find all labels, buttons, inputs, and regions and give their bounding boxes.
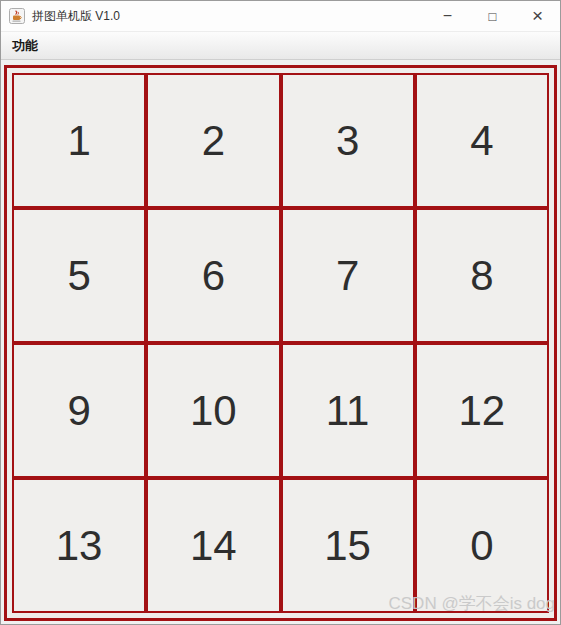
puzzle-tile-4[interactable]: 4 <box>415 73 549 208</box>
puzzle-panel: 1234567891011121314150 <box>4 65 557 621</box>
puzzle-tile-15[interactable]: 15 <box>281 478 415 613</box>
puzzle-tile-1[interactable]: 1 <box>12 73 146 208</box>
window-title: 拼图单机版 V1.0 <box>32 8 425 25</box>
puzzle-tile-13[interactable]: 13 <box>12 478 146 613</box>
window-controls: − □ × <box>425 1 560 31</box>
puzzle-tile-5[interactable]: 5 <box>12 208 146 343</box>
puzzle-tile-10[interactable]: 10 <box>146 343 280 478</box>
menubar: 功能 <box>1 32 560 60</box>
app-window: 拼图单机版 V1.0 − □ × 功能 12345678910111213141… <box>0 0 561 625</box>
puzzle-tile-6[interactable]: 6 <box>146 208 280 343</box>
puzzle-tile-3[interactable]: 3 <box>281 73 415 208</box>
puzzle-tile-11[interactable]: 11 <box>281 343 415 478</box>
puzzle-tile-2[interactable]: 2 <box>146 73 280 208</box>
puzzle-tile-9[interactable]: 9 <box>12 343 146 478</box>
puzzle-tile-0[interactable]: 0 <box>415 478 549 613</box>
content-area: 1234567891011121314150 CSDN @学不会is dog <box>1 60 560 624</box>
puzzle-tile-7[interactable]: 7 <box>281 208 415 343</box>
puzzle-board: 1234567891011121314150 <box>12 73 549 613</box>
minimize-button[interactable]: − <box>425 1 470 31</box>
titlebar: 拼图单机版 V1.0 − □ × <box>1 1 560 32</box>
menu-item-function[interactable]: 功能 <box>1 32 49 59</box>
maximize-button[interactable]: □ <box>470 1 515 31</box>
puzzle-tile-8[interactable]: 8 <box>415 208 549 343</box>
puzzle-tile-12[interactable]: 12 <box>415 343 549 478</box>
puzzle-tile-14[interactable]: 14 <box>146 478 280 613</box>
java-app-icon <box>9 8 25 24</box>
close-button[interactable]: × <box>515 1 560 31</box>
